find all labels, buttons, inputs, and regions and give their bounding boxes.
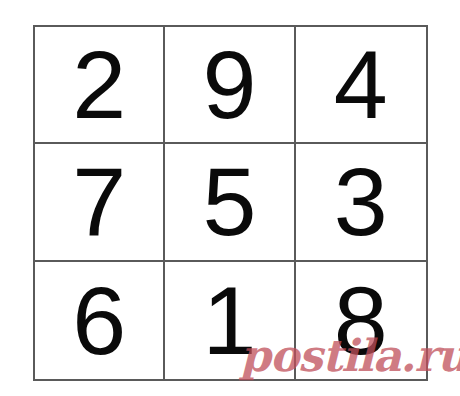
cell-r3c2: 1 — [165, 262, 295, 379]
cell-r2c2: 5 — [165, 144, 295, 261]
cell-r2c1: 7 — [35, 144, 165, 261]
magic-square-image: 2 9 4 7 5 3 6 1 8 postila.ru — [0, 0, 460, 396]
cell-r1c1: 2 — [35, 27, 165, 144]
cell-r3c1: 6 — [35, 262, 165, 379]
cell-r1c3: 4 — [296, 27, 426, 144]
cell-r2c3: 3 — [296, 144, 426, 261]
cell-r1c2: 9 — [165, 27, 295, 144]
magic-square-board: 2 9 4 7 5 3 6 1 8 — [33, 25, 428, 381]
cell-r3c3: 8 — [296, 262, 426, 379]
